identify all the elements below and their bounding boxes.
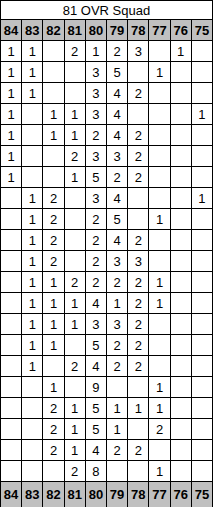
grid-cell-r1-c84[interactable]: 1	[1, 41, 22, 62]
footer-cell-81[interactable]: 81	[65, 482, 86, 507]
grid-cell-r5-c84[interactable]: 1	[1, 125, 22, 146]
grid-cell-r8-c82[interactable]: 2	[43, 188, 64, 209]
grid-cell-r2-c75[interactable]	[192, 62, 213, 83]
footer-cell-76[interactable]: 76	[171, 482, 192, 507]
grid-cell-r1-c77[interactable]	[149, 41, 170, 62]
grid-cell-r2-c84[interactable]: 1	[1, 62, 22, 83]
grid-cell-r10-c84[interactable]	[1, 230, 22, 251]
grid-cell-r10-c75[interactable]	[192, 230, 213, 251]
grid-cell-r6-c77[interactable]	[149, 146, 170, 167]
grid-cell-r10-c79[interactable]: 4	[107, 230, 128, 251]
grid-cell-r7-c84[interactable]: 1	[1, 167, 22, 188]
grid-cell-r12-c84[interactable]	[1, 272, 22, 293]
grid-cell-r4-c75[interactable]: 1	[192, 104, 213, 125]
grid-cell-r12-c75[interactable]	[192, 272, 213, 293]
grid-cell-r6-c83[interactable]	[22, 146, 43, 167]
footer-cell-80[interactable]: 80	[86, 482, 107, 507]
grid-cell-r9-c76[interactable]	[171, 209, 192, 230]
grid-cell-r3-c83[interactable]: 1	[22, 83, 43, 104]
grid-cell-r3-c84[interactable]: 1	[1, 83, 22, 104]
grid-cell-r15-c79[interactable]: 2	[107, 335, 128, 356]
grid-cell-r9-c80[interactable]: 2	[86, 209, 107, 230]
grid-cell-r17-c82[interactable]: 1	[43, 377, 64, 398]
footer-cell-82[interactable]: 82	[43, 482, 64, 507]
grid-cell-r14-c75[interactable]	[192, 314, 213, 335]
grid-cell-r2-c77[interactable]: 1	[149, 62, 170, 83]
grid-cell-r5-c75[interactable]	[192, 125, 213, 146]
grid-cell-r19-c75[interactable]	[192, 419, 213, 440]
grid-cell-r15-c80[interactable]: 5	[86, 335, 107, 356]
grid-cell-r2-c83[interactable]: 1	[22, 62, 43, 83]
grid-cell-r6-c84[interactable]: 1	[1, 146, 22, 167]
grid-cell-r16-c84[interactable]	[1, 356, 22, 377]
grid-cell-r8-c84[interactable]	[1, 188, 22, 209]
grid-cell-r18-c82[interactable]: 2	[43, 398, 64, 419]
grid-cell-r19-c76[interactable]	[171, 419, 192, 440]
grid-cell-r11-c80[interactable]: 2	[86, 251, 107, 272]
grid-cell-r7-c78[interactable]: 2	[128, 167, 149, 188]
grid-cell-r7-c80[interactable]: 5	[86, 167, 107, 188]
grid-cell-r9-c82[interactable]: 2	[43, 209, 64, 230]
grid-cell-r4-c79[interactable]: 4	[107, 104, 128, 125]
footer-cell-84[interactable]: 84	[1, 482, 22, 507]
grid-cell-r19-c81[interactable]: 1	[65, 419, 86, 440]
grid-cell-r21-c81[interactable]: 2	[65, 461, 86, 482]
grid-cell-r9-c78[interactable]	[128, 209, 149, 230]
grid-cell-r2-c79[interactable]: 5	[107, 62, 128, 83]
grid-cell-r3-c81[interactable]	[65, 83, 86, 104]
grid-cell-r19-c84[interactable]	[1, 419, 22, 440]
grid-cell-r4-c76[interactable]	[171, 104, 192, 125]
grid-cell-r14-c83[interactable]: 1	[22, 314, 43, 335]
grid-cell-r14-c84[interactable]	[1, 314, 22, 335]
grid-cell-r19-c82[interactable]: 2	[43, 419, 64, 440]
grid-cell-r6-c81[interactable]: 2	[65, 146, 86, 167]
grid-cell-r4-c77[interactable]	[149, 104, 170, 125]
grid-cell-r12-c83[interactable]: 1	[22, 272, 43, 293]
grid-cell-r15-c83[interactable]: 1	[22, 335, 43, 356]
grid-cell-r10-c80[interactable]: 2	[86, 230, 107, 251]
grid-cell-r11-c82[interactable]: 2	[43, 251, 64, 272]
grid-cell-r15-c76[interactable]	[171, 335, 192, 356]
grid-cell-r20-c75[interactable]	[192, 440, 213, 461]
grid-cell-r17-c80[interactable]: 9	[86, 377, 107, 398]
grid-cell-r18-c80[interactable]: 5	[86, 398, 107, 419]
grid-cell-r16-c80[interactable]: 4	[86, 356, 107, 377]
grid-cell-r11-c84[interactable]	[1, 251, 22, 272]
grid-cell-r17-c78[interactable]	[128, 377, 149, 398]
grid-cell-r17-c75[interactable]	[192, 377, 213, 398]
grid-cell-r12-c77[interactable]: 1	[149, 272, 170, 293]
grid-cell-r19-c77[interactable]: 2	[149, 419, 170, 440]
grid-cell-r11-c75[interactable]	[192, 251, 213, 272]
grid-cell-r10-c78[interactable]: 2	[128, 230, 149, 251]
grid-cell-r13-c79[interactable]: 1	[107, 293, 128, 314]
grid-cell-r15-c75[interactable]	[192, 335, 213, 356]
grid-cell-r14-c81[interactable]: 1	[65, 314, 86, 335]
grid-cell-r17-c84[interactable]	[1, 377, 22, 398]
grid-cell-r7-c79[interactable]: 2	[107, 167, 128, 188]
grid-cell-r21-c77[interactable]: 1	[149, 461, 170, 482]
grid-cell-r21-c79[interactable]	[107, 461, 128, 482]
grid-cell-r14-c78[interactable]: 2	[128, 314, 149, 335]
grid-cell-r18-c79[interactable]: 1	[107, 398, 128, 419]
grid-cell-r5-c76[interactable]	[171, 125, 192, 146]
grid-cell-r3-c78[interactable]: 2	[128, 83, 149, 104]
grid-cell-r3-c77[interactable]	[149, 83, 170, 104]
grid-cell-r4-c83[interactable]	[22, 104, 43, 125]
grid-cell-r16-c75[interactable]	[192, 356, 213, 377]
grid-cell-r18-c76[interactable]	[171, 398, 192, 419]
grid-cell-r11-c77[interactable]	[149, 251, 170, 272]
grid-cell-r16-c81[interactable]: 2	[65, 356, 86, 377]
grid-cell-r15-c84[interactable]	[1, 335, 22, 356]
footer-cell-79[interactable]: 79	[107, 482, 128, 507]
grid-cell-r1-c79[interactable]: 2	[107, 41, 128, 62]
grid-cell-r18-c75[interactable]	[192, 398, 213, 419]
header-cell-82[interactable]: 82	[43, 20, 64, 41]
grid-cell-r12-c76[interactable]	[171, 272, 192, 293]
grid-cell-r10-c76[interactable]	[171, 230, 192, 251]
grid-cell-r9-c77[interactable]: 1	[149, 209, 170, 230]
grid-cell-r8-c76[interactable]	[171, 188, 192, 209]
footer-cell-83[interactable]: 83	[22, 482, 43, 507]
footer-cell-75[interactable]: 75	[192, 482, 213, 507]
grid-cell-r17-c81[interactable]	[65, 377, 86, 398]
header-cell-83[interactable]: 83	[22, 20, 43, 41]
grid-cell-r1-c80[interactable]: 1	[86, 41, 107, 62]
grid-cell-r18-c83[interactable]	[22, 398, 43, 419]
header-cell-80[interactable]: 80	[86, 20, 107, 41]
grid-cell-r12-c80[interactable]: 2	[86, 272, 107, 293]
grid-cell-r7-c77[interactable]	[149, 167, 170, 188]
grid-cell-r21-c82[interactable]	[43, 461, 64, 482]
grid-cell-r9-c81[interactable]	[65, 209, 86, 230]
grid-cell-r13-c80[interactable]: 4	[86, 293, 107, 314]
grid-cell-r5-c82[interactable]: 1	[43, 125, 64, 146]
grid-cell-r4-c84[interactable]: 1	[1, 104, 22, 125]
grid-cell-r16-c83[interactable]: 1	[22, 356, 43, 377]
grid-cell-r11-c76[interactable]	[171, 251, 192, 272]
grid-cell-r19-c83[interactable]	[22, 419, 43, 440]
grid-cell-r6-c78[interactable]: 2	[128, 146, 149, 167]
header-cell-75[interactable]: 75	[192, 20, 213, 41]
grid-cell-r19-c80[interactable]: 5	[86, 419, 107, 440]
grid-cell-r5-c79[interactable]: 4	[107, 125, 128, 146]
grid-cell-r10-c81[interactable]	[65, 230, 86, 251]
grid-cell-r4-c82[interactable]: 1	[43, 104, 64, 125]
grid-cell-r20-c79[interactable]: 2	[107, 440, 128, 461]
grid-cell-r14-c77[interactable]	[149, 314, 170, 335]
grid-cell-r3-c76[interactable]	[171, 83, 192, 104]
grid-cell-r2-c80[interactable]: 3	[86, 62, 107, 83]
table-title-cell[interactable]: 81 OVR Squad	[1, 1, 213, 20]
grid-cell-r4-c81[interactable]: 1	[65, 104, 86, 125]
footer-cell-78[interactable]: 78	[128, 482, 149, 507]
grid-cell-r18-c78[interactable]: 1	[128, 398, 149, 419]
grid-cell-r1-c83[interactable]: 1	[22, 41, 43, 62]
grid-cell-r6-c82[interactable]	[43, 146, 64, 167]
header-cell-79[interactable]: 79	[107, 20, 128, 41]
grid-cell-r16-c76[interactable]	[171, 356, 192, 377]
grid-cell-r13-c78[interactable]: 2	[128, 293, 149, 314]
grid-cell-r7-c81[interactable]: 1	[65, 167, 86, 188]
grid-cell-r9-c84[interactable]	[1, 209, 22, 230]
grid-cell-r5-c80[interactable]: 2	[86, 125, 107, 146]
grid-cell-r12-c78[interactable]: 2	[128, 272, 149, 293]
grid-cell-r8-c80[interactable]: 3	[86, 188, 107, 209]
grid-cell-r21-c80[interactable]: 8	[86, 461, 107, 482]
grid-cell-r21-c84[interactable]	[1, 461, 22, 482]
grid-cell-r21-c78[interactable]	[128, 461, 149, 482]
grid-cell-r6-c75[interactable]	[192, 146, 213, 167]
grid-cell-r1-c81[interactable]: 2	[65, 41, 86, 62]
grid-cell-r8-c79[interactable]: 4	[107, 188, 128, 209]
grid-cell-r6-c76[interactable]	[171, 146, 192, 167]
grid-cell-r6-c80[interactable]: 3	[86, 146, 107, 167]
grid-cell-r14-c76[interactable]	[171, 314, 192, 335]
grid-cell-r20-c77[interactable]	[149, 440, 170, 461]
grid-cell-r12-c81[interactable]: 2	[65, 272, 86, 293]
grid-cell-r7-c76[interactable]	[171, 167, 192, 188]
grid-cell-r1-c78[interactable]: 3	[128, 41, 149, 62]
grid-cell-r20-c80[interactable]: 4	[86, 440, 107, 461]
grid-cell-r7-c82[interactable]	[43, 167, 64, 188]
grid-cell-r5-c77[interactable]	[149, 125, 170, 146]
grid-cell-r10-c77[interactable]	[149, 230, 170, 251]
grid-cell-r21-c76[interactable]	[171, 461, 192, 482]
grid-cell-r2-c76[interactable]	[171, 62, 192, 83]
grid-cell-r17-c76[interactable]	[171, 377, 192, 398]
grid-cell-r10-c82[interactable]: 2	[43, 230, 64, 251]
grid-cell-r17-c83[interactable]	[22, 377, 43, 398]
grid-cell-r20-c76[interactable]	[171, 440, 192, 461]
header-cell-77[interactable]: 77	[149, 20, 170, 41]
grid-cell-r8-c81[interactable]	[65, 188, 86, 209]
grid-cell-r14-c80[interactable]: 3	[86, 314, 107, 335]
grid-cell-r15-c81[interactable]	[65, 335, 86, 356]
grid-cell-r2-c82[interactable]	[43, 62, 64, 83]
grid-cell-r15-c82[interactable]: 1	[43, 335, 64, 356]
grid-cell-r4-c80[interactable]: 3	[86, 104, 107, 125]
grid-cell-r17-c77[interactable]: 1	[149, 377, 170, 398]
grid-cell-r3-c80[interactable]: 3	[86, 83, 107, 104]
grid-cell-r3-c79[interactable]: 4	[107, 83, 128, 104]
grid-cell-r1-c82[interactable]	[43, 41, 64, 62]
grid-cell-r8-c77[interactable]	[149, 188, 170, 209]
grid-cell-r14-c82[interactable]: 1	[43, 314, 64, 335]
grid-cell-r13-c76[interactable]	[171, 293, 192, 314]
grid-cell-r13-c84[interactable]	[1, 293, 22, 314]
grid-cell-r11-c78[interactable]: 3	[128, 251, 149, 272]
grid-cell-r2-c81[interactable]	[65, 62, 86, 83]
grid-cell-r8-c75[interactable]: 1	[192, 188, 213, 209]
header-cell-84[interactable]: 84	[1, 20, 22, 41]
grid-cell-r12-c82[interactable]: 1	[43, 272, 64, 293]
grid-cell-r19-c79[interactable]: 1	[107, 419, 128, 440]
grid-cell-r20-c82[interactable]: 2	[43, 440, 64, 461]
grid-cell-r16-c77[interactable]	[149, 356, 170, 377]
footer-cell-77[interactable]: 77	[149, 482, 170, 507]
grid-cell-r20-c84[interactable]	[1, 440, 22, 461]
grid-cell-r20-c81[interactable]: 1	[65, 440, 86, 461]
grid-cell-r5-c81[interactable]: 1	[65, 125, 86, 146]
grid-cell-r13-c75[interactable]	[192, 293, 213, 314]
grid-cell-r4-c78[interactable]	[128, 104, 149, 125]
grid-cell-r19-c78[interactable]	[128, 419, 149, 440]
grid-cell-r21-c75[interactable]	[192, 461, 213, 482]
grid-cell-r8-c78[interactable]	[128, 188, 149, 209]
grid-cell-r5-c78[interactable]: 2	[128, 125, 149, 146]
grid-cell-r13-c81[interactable]: 1	[65, 293, 86, 314]
grid-cell-r12-c79[interactable]: 2	[107, 272, 128, 293]
grid-cell-r18-c84[interactable]	[1, 398, 22, 419]
grid-cell-r13-c82[interactable]: 1	[43, 293, 64, 314]
grid-cell-r20-c78[interactable]: 2	[128, 440, 149, 461]
grid-cell-r7-c83[interactable]	[22, 167, 43, 188]
grid-cell-r3-c75[interactable]	[192, 83, 213, 104]
grid-cell-r18-c77[interactable]: 1	[149, 398, 170, 419]
grid-cell-r3-c82[interactable]	[43, 83, 64, 104]
grid-cell-r18-c81[interactable]: 1	[65, 398, 86, 419]
grid-cell-r14-c79[interactable]: 3	[107, 314, 128, 335]
grid-cell-r9-c83[interactable]: 1	[22, 209, 43, 230]
header-cell-78[interactable]: 78	[128, 20, 149, 41]
grid-cell-r11-c79[interactable]: 3	[107, 251, 128, 272]
grid-cell-r17-c79[interactable]	[107, 377, 128, 398]
grid-cell-r15-c78[interactable]: 2	[128, 335, 149, 356]
grid-cell-r16-c78[interactable]: 2	[128, 356, 149, 377]
grid-cell-r1-c76[interactable]: 1	[171, 41, 192, 62]
grid-cell-r15-c77[interactable]	[149, 335, 170, 356]
grid-cell-r5-c83[interactable]	[22, 125, 43, 146]
grid-cell-r16-c79[interactable]: 2	[107, 356, 128, 377]
grid-cell-r8-c83[interactable]: 1	[22, 188, 43, 209]
header-cell-76[interactable]: 76	[171, 20, 192, 41]
grid-cell-r13-c77[interactable]: 1	[149, 293, 170, 314]
grid-cell-r6-c79[interactable]: 3	[107, 146, 128, 167]
grid-cell-r10-c83[interactable]: 1	[22, 230, 43, 251]
grid-cell-r9-c75[interactable]	[192, 209, 213, 230]
grid-cell-r13-c83[interactable]: 1	[22, 293, 43, 314]
grid-cell-r7-c75[interactable]	[192, 167, 213, 188]
grid-cell-r1-c75[interactable]	[192, 41, 213, 62]
header-cell-81[interactable]: 81	[65, 20, 86, 41]
grid-cell-r20-c83[interactable]	[22, 440, 43, 461]
grid-cell-r11-c81[interactable]	[65, 251, 86, 272]
grid-cell-r21-c83[interactable]	[22, 461, 43, 482]
grid-cell-r11-c83[interactable]: 1	[22, 251, 43, 272]
grid-cell-r2-c78[interactable]	[128, 62, 149, 83]
grid-cell-r16-c82[interactable]	[43, 356, 64, 377]
squad-rating-table: 81 OVR Squad 848382818079787776751121231…	[0, 0, 213, 507]
grid-cell-r9-c79[interactable]: 5	[107, 209, 128, 230]
